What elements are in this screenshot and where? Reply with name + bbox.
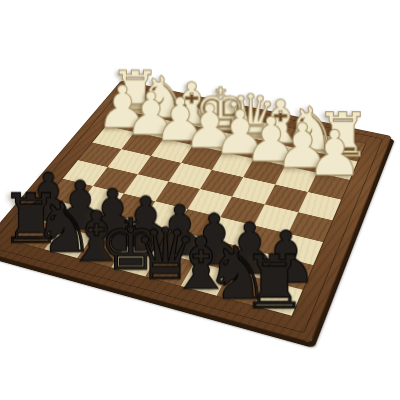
piece-black-rook-a8[interactable]: ♜ [222, 246, 326, 320]
piece-white-pawn-a2[interactable]: ♟ [290, 122, 378, 185]
chess-set-photo: ♜♞♝♚♛♝♞♜♟♟♟♟♟♟♟♟♟♟♟♟♟♟♟♟♜♞♝♚♛♝♞♜ [0, 0, 400, 400]
chess-board-frame: ♜♞♝♚♛♝♞♜♟♟♟♟♟♟♟♟♟♟♟♟♟♟♟♟♜♞♝♚♛♝♞♜ [0, 80, 392, 343]
square-a8[interactable]: ♜ [254, 280, 303, 316]
playing-field: ♜♞♝♚♛♝♞♜♟♟♟♟♟♟♟♟♟♟♟♟♟♟♟♟♜♞♝♚♛♝♞♜ [12, 94, 365, 315]
board-perspective-wrap: ♜♞♝♚♛♝♞♜♟♟♟♟♟♟♟♟♟♟♟♟♟♟♟♟♜♞♝♚♛♝♞♜ [0, 80, 392, 343]
